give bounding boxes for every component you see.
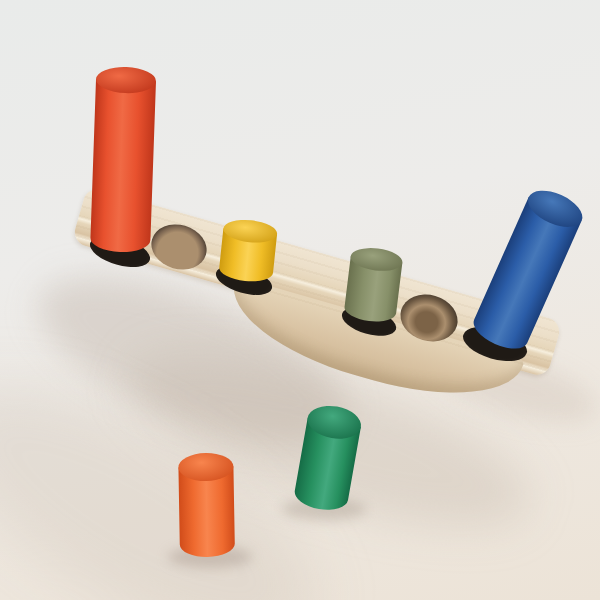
olive-short-peg xyxy=(343,256,402,324)
yellow-short-peg xyxy=(218,228,277,283)
orange-loose-peg xyxy=(178,467,235,558)
red-peg-body xyxy=(90,79,156,253)
photo-scene xyxy=(0,0,600,600)
red-tall-peg xyxy=(90,79,156,253)
blue-tall-peg xyxy=(469,197,582,356)
